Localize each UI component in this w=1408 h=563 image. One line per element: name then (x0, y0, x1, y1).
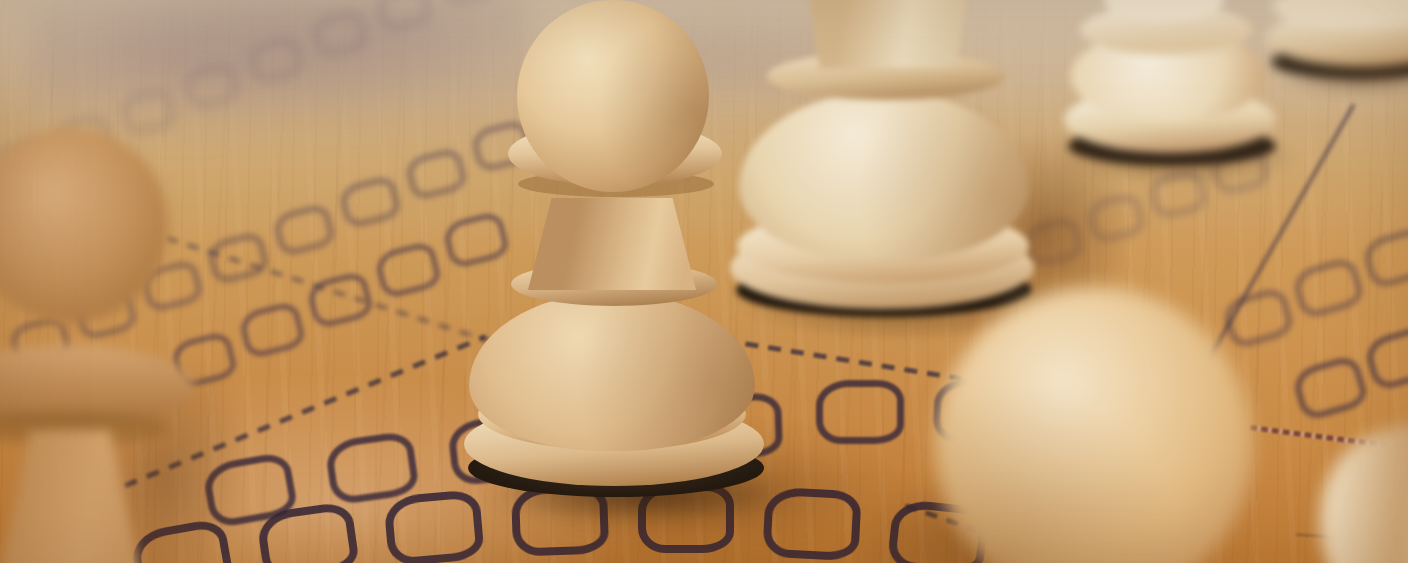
pawn-neck (528, 198, 696, 290)
motif-square (272, 203, 336, 257)
piece-stem (800, 0, 976, 68)
pawn-bulb (469, 293, 755, 451)
white-pawn-center[interactable] (440, 0, 785, 542)
white-piece-bottom-right-corner[interactable] (1295, 420, 1408, 563)
white-pawn-left[interactable] (0, 95, 240, 563)
pawn-head (0, 128, 168, 323)
motif-square (1291, 256, 1366, 320)
motif-square (373, 240, 442, 299)
motif-square (1361, 226, 1408, 290)
white-pawn-foreground[interactable] (920, 270, 1285, 563)
motif-square (324, 430, 420, 506)
pawn-head (935, 287, 1253, 563)
pawn-head (517, 0, 709, 192)
motif-square (816, 380, 904, 444)
piece-fragment (1294, 401, 1408, 563)
motif-square (1290, 354, 1370, 423)
motif-square (1362, 324, 1408, 393)
motif-square (237, 300, 306, 359)
motif-square (338, 175, 402, 229)
chess-photo-scene (0, 0, 1408, 563)
